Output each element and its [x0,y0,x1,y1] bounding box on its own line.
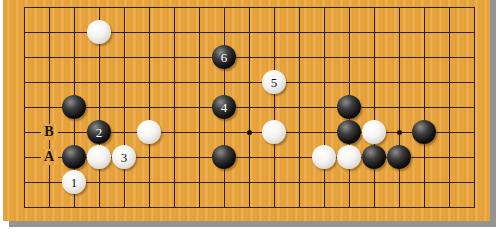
board-shadow-right [490,0,496,227]
move-number-label: 6 [221,51,228,64]
star-point-K4 [247,130,252,135]
board-shadow-bottom [9,221,496,227]
stone-white-D3[interactable] [87,145,111,169]
stone-black-D4[interactable]: 2 [87,120,111,144]
stone-white-D8[interactable] [87,20,111,44]
point-label-B: B [41,124,58,140]
stone-white-C2[interactable]: 1 [62,170,86,194]
stone-black-R4[interactable] [412,120,436,144]
stone-black-C5[interactable] [62,95,86,119]
stone-black-O5[interactable] [337,95,361,119]
stone-black-O4[interactable] [337,120,361,144]
stone-black-C3[interactable] [62,145,86,169]
move-number-label: 2 [96,126,103,139]
stone-white-N3[interactable] [312,145,336,169]
point-label-A: A [41,149,58,165]
stone-white-L6[interactable]: 5 [262,70,286,94]
star-point-Q4 [397,130,402,135]
stone-white-L4[interactable] [262,120,286,144]
stone-black-J3[interactable] [212,145,236,169]
go-diagram: BA654231 [0,0,500,235]
move-number-label: 5 [271,76,278,89]
stone-black-Q3[interactable] [387,145,411,169]
stone-white-O3[interactable] [337,145,361,169]
stone-white-E3[interactable]: 3 [112,145,136,169]
move-number-label: 3 [121,151,128,164]
move-number-label: 4 [221,101,228,114]
move-number-label: 1 [71,176,78,189]
stone-white-F4[interactable] [137,120,161,144]
stone-black-P3[interactable] [362,145,386,169]
stone-black-J5[interactable]: 4 [212,95,236,119]
board-layer: BA654231 [0,0,500,235]
stone-black-J7[interactable]: 6 [212,45,236,69]
stone-white-P4[interactable] [362,120,386,144]
